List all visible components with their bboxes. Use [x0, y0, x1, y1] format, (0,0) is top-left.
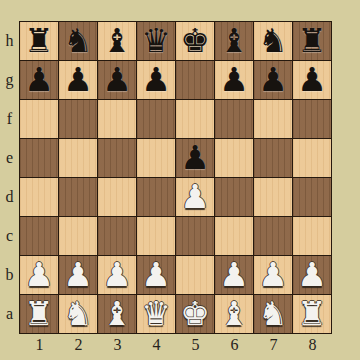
square-g5[interactable]	[176, 61, 214, 99]
square-c5[interactable]	[176, 217, 214, 255]
file-label-7: 7	[254, 334, 293, 356]
square-e6[interactable]	[215, 139, 253, 177]
square-h2[interactable]: ♞	[59, 22, 97, 60]
file-label-2: 2	[59, 334, 98, 356]
black-rook[interactable]: ♜	[24, 22, 54, 60]
white-pawn[interactable]: ♟	[219, 256, 249, 294]
square-d8[interactable]	[293, 178, 331, 216]
square-e3[interactable]	[98, 139, 136, 177]
file-label-3: 3	[98, 334, 137, 356]
square-g6[interactable]: ♟	[215, 61, 253, 99]
square-e4[interactable]	[137, 139, 175, 177]
square-c4[interactable]	[137, 217, 175, 255]
black-knight[interactable]: ♞	[63, 22, 93, 60]
black-knight[interactable]: ♞	[258, 22, 288, 60]
square-c2[interactable]	[59, 217, 97, 255]
square-a7[interactable]: ♞	[254, 295, 292, 333]
rank-label-h: h	[0, 21, 19, 60]
rank-labels: hgfedcba	[0, 21, 19, 334]
rank-label-f: f	[0, 99, 19, 138]
black-pawn[interactable]: ♟	[24, 61, 54, 99]
rank-label-g: g	[0, 60, 19, 99]
square-g2[interactable]: ♟	[59, 61, 97, 99]
square-g8[interactable]: ♟	[293, 61, 331, 99]
chess-board: ♜♞♝♛♚♝♞♜♟♟♟♟♟♟♟♟♟♟♟♟♟♟♟♟♜♞♝♛♚♝♞♜	[19, 21, 332, 334]
white-pawn[interactable]: ♟	[258, 256, 288, 294]
square-d3[interactable]	[98, 178, 136, 216]
square-e8[interactable]	[293, 139, 331, 177]
black-king[interactable]: ♚	[180, 22, 210, 60]
file-labels: 12345678	[20, 334, 332, 356]
square-b6[interactable]: ♟	[215, 256, 253, 294]
square-b3[interactable]: ♟	[98, 256, 136, 294]
square-b1[interactable]: ♟	[20, 256, 58, 294]
black-pawn[interactable]: ♟	[219, 61, 249, 99]
square-a1[interactable]: ♜	[20, 295, 58, 333]
file-label-6: 6	[215, 334, 254, 356]
square-d7[interactable]	[254, 178, 292, 216]
black-pawn[interactable]: ♟	[63, 61, 93, 99]
square-h7[interactable]: ♞	[254, 22, 292, 60]
square-b2[interactable]: ♟	[59, 256, 97, 294]
white-pawn[interactable]: ♟	[180, 178, 210, 216]
square-g7[interactable]: ♟	[254, 61, 292, 99]
square-h5[interactable]: ♚	[176, 22, 214, 60]
square-a8[interactable]: ♜	[293, 295, 331, 333]
square-c7[interactable]	[254, 217, 292, 255]
square-g4[interactable]: ♟	[137, 61, 175, 99]
square-b5[interactable]	[176, 256, 214, 294]
black-pawn[interactable]: ♟	[258, 61, 288, 99]
white-pawn[interactable]: ♟	[102, 256, 132, 294]
square-e1[interactable]	[20, 139, 58, 177]
square-h1[interactable]: ♜	[20, 22, 58, 60]
square-h8[interactable]: ♜	[293, 22, 331, 60]
black-pawn[interactable]: ♟	[180, 139, 210, 177]
rank-label-a: a	[0, 295, 19, 334]
white-knight[interactable]: ♞	[63, 295, 93, 333]
square-d4[interactable]	[137, 178, 175, 216]
file-label-4: 4	[137, 334, 176, 356]
square-e2[interactable]	[59, 139, 97, 177]
file-label-8: 8	[293, 334, 332, 356]
white-rook[interactable]: ♜	[24, 295, 54, 333]
square-a6[interactable]: ♝	[215, 295, 253, 333]
square-g1[interactable]: ♟	[20, 61, 58, 99]
square-g3[interactable]: ♟	[98, 61, 136, 99]
square-c8[interactable]	[293, 217, 331, 255]
square-f3[interactable]	[98, 100, 136, 138]
square-h6[interactable]: ♝	[215, 22, 253, 60]
square-f2[interactable]	[59, 100, 97, 138]
square-c3[interactable]	[98, 217, 136, 255]
square-f7[interactable]	[254, 100, 292, 138]
square-a4[interactable]: ♛	[137, 295, 175, 333]
square-f4[interactable]	[137, 100, 175, 138]
white-bishop[interactable]: ♝	[102, 295, 132, 333]
black-pawn[interactable]: ♟	[297, 61, 327, 99]
square-d6[interactable]	[215, 178, 253, 216]
square-b8[interactable]: ♟	[293, 256, 331, 294]
square-d2[interactable]	[59, 178, 97, 216]
file-label-1: 1	[20, 334, 59, 356]
black-queen[interactable]: ♛	[141, 22, 171, 60]
black-bishop[interactable]: ♝	[219, 22, 249, 60]
square-f1[interactable]	[20, 100, 58, 138]
white-pawn[interactable]: ♟	[63, 256, 93, 294]
square-c1[interactable]	[20, 217, 58, 255]
square-h4[interactable]: ♛	[137, 22, 175, 60]
square-c6[interactable]	[215, 217, 253, 255]
square-d5[interactable]: ♟	[176, 178, 214, 216]
square-f5[interactable]	[176, 100, 214, 138]
file-label-5: 5	[176, 334, 215, 356]
white-knight[interactable]: ♞	[258, 295, 288, 333]
square-a2[interactable]: ♞	[59, 295, 97, 333]
black-bishop[interactable]: ♝	[102, 22, 132, 60]
white-pawn[interactable]: ♟	[297, 256, 327, 294]
square-b7[interactable]: ♟	[254, 256, 292, 294]
square-e5[interactable]: ♟	[176, 139, 214, 177]
white-pawn[interactable]: ♟	[24, 256, 54, 294]
square-f8[interactable]	[293, 100, 331, 138]
square-h3[interactable]: ♝	[98, 22, 136, 60]
black-pawn[interactable]: ♟	[141, 61, 171, 99]
white-bishop[interactable]: ♝	[219, 295, 249, 333]
square-d1[interactable]	[20, 178, 58, 216]
rank-label-c: c	[0, 217, 19, 256]
white-king[interactable]: ♚	[180, 295, 210, 333]
chess-app: hgfedcba ♜♞♝♛♚♝♞♜♟♟♟♟♟♟♟♟♟♟♟♟♟♟♟♟♜♞♝♛♚♝♞…	[0, 0, 360, 360]
white-queen[interactable]: ♛	[141, 295, 171, 333]
black-rook[interactable]: ♜	[297, 22, 327, 60]
rank-label-e: e	[0, 138, 19, 177]
white-rook[interactable]: ♜	[297, 295, 327, 333]
white-pawn[interactable]: ♟	[141, 256, 171, 294]
rank-label-d: d	[0, 178, 19, 217]
square-e7[interactable]	[254, 139, 292, 177]
square-b4[interactable]: ♟	[137, 256, 175, 294]
black-pawn[interactable]: ♟	[102, 61, 132, 99]
square-f6[interactable]	[215, 100, 253, 138]
rank-label-b: b	[0, 256, 19, 295]
square-a5[interactable]: ♚	[176, 295, 214, 333]
square-a3[interactable]: ♝	[98, 295, 136, 333]
